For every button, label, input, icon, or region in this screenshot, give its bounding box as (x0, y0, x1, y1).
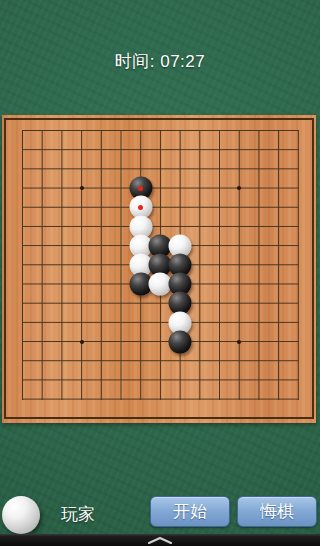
black-stone (169, 330, 192, 353)
chevron-up-icon[interactable] (147, 537, 173, 544)
player-white-stone-icon (2, 496, 40, 534)
last-move-marker (138, 205, 143, 210)
board[interactable] (2, 115, 316, 423)
player-label: 玩家 (61, 503, 95, 526)
star-point (80, 186, 84, 190)
start-button[interactable]: 开始 (150, 496, 230, 527)
nav-bar (0, 534, 320, 546)
app-screen: 时间: 07:27 玩家 开始 悔棋 (0, 0, 320, 546)
last-move-marker (138, 186, 143, 191)
undo-button[interactable]: 悔棋 (237, 496, 317, 527)
star-point (237, 186, 241, 190)
timer-text: 时间: 07:27 (0, 50, 320, 73)
star-point (237, 340, 241, 344)
star-point (80, 340, 84, 344)
